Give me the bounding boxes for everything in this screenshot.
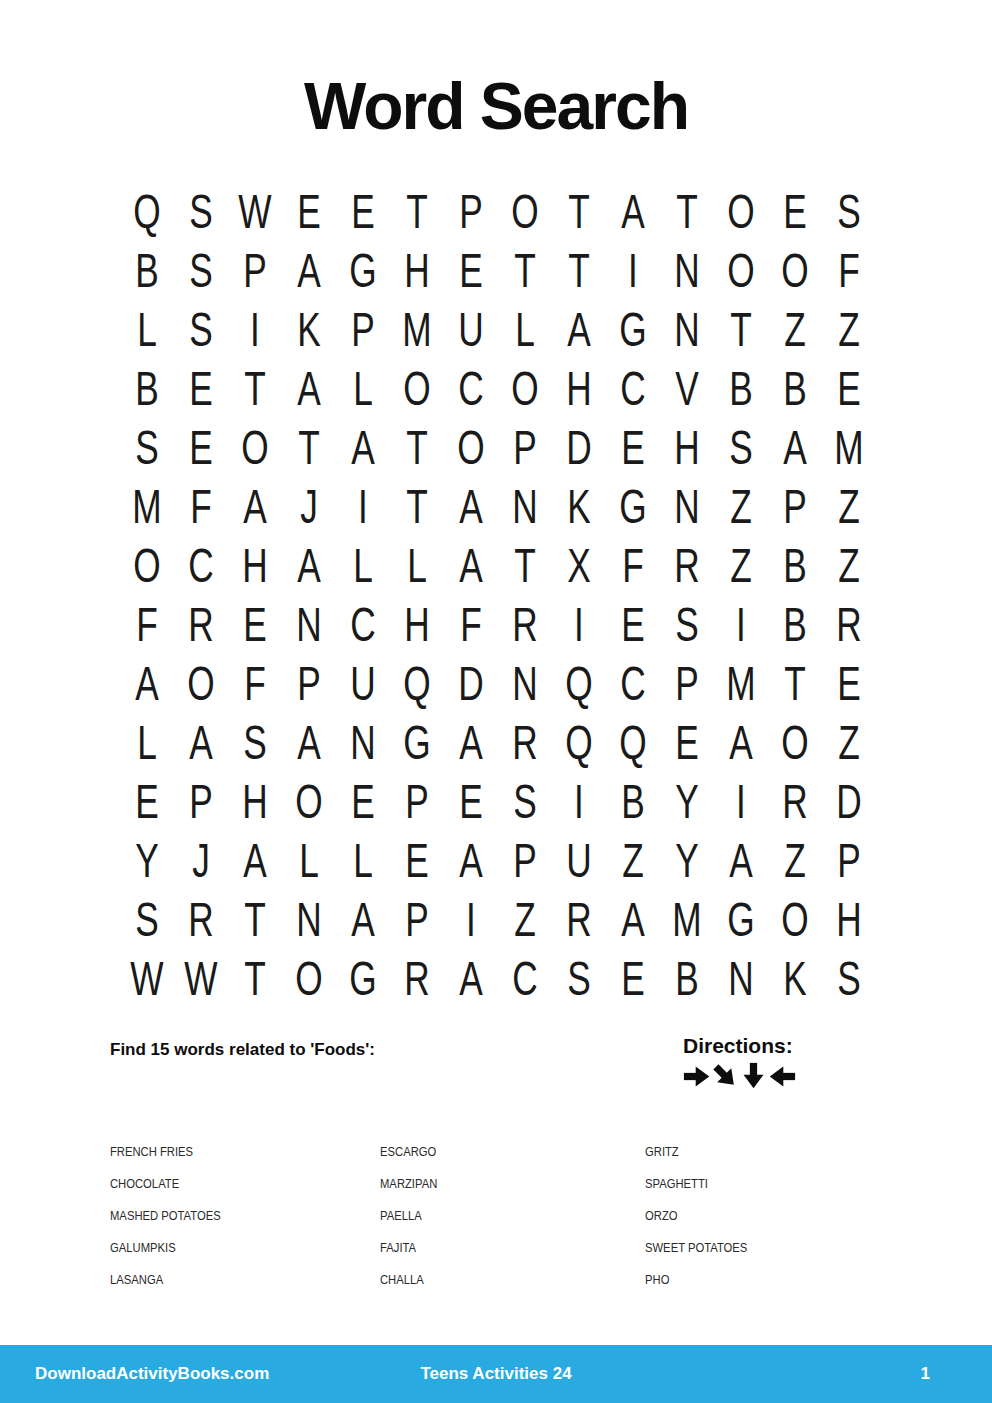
page-title: Word Search bbox=[0, 68, 992, 144]
grid-cell-letter: G bbox=[398, 713, 437, 772]
find-words-label: Find 15 words related to 'Foods': bbox=[110, 1040, 375, 1060]
word-list-item: SPAGHETTI bbox=[645, 1168, 747, 1200]
grid-cell-letter: Z bbox=[830, 300, 869, 359]
grid-cell-letter: N bbox=[668, 477, 707, 536]
word-list-item: ORZO bbox=[645, 1200, 747, 1232]
grid-cell-letter: N bbox=[668, 300, 707, 359]
grid-cell-letter: V bbox=[668, 359, 707, 418]
grid-cell-letter: X bbox=[560, 536, 599, 595]
grid-cell-letter: A bbox=[452, 536, 491, 595]
grid-cell-letter: H bbox=[830, 890, 869, 949]
grid-cell-letter: S bbox=[236, 713, 275, 772]
grid-cell-letter: T bbox=[506, 536, 545, 595]
directions-section: Directions: bbox=[683, 1034, 795, 1091]
grid-cell-letter: W bbox=[182, 949, 221, 1008]
grid-cell-letter: P bbox=[182, 772, 221, 831]
word-list-item: MASHED POTATOES bbox=[110, 1200, 353, 1232]
grid-cell-letter: E bbox=[830, 654, 869, 713]
grid-cell-letter: Y bbox=[668, 772, 707, 831]
grid-cell-letter: A bbox=[290, 241, 329, 300]
grid-cell-letter: K bbox=[776, 949, 815, 1008]
grid-cell-letter: N bbox=[506, 654, 545, 713]
grid-cell-letter: J bbox=[290, 477, 329, 536]
word-column-1: FRENCH FRIESCHOCOLATEMASHED POTATOESGALU… bbox=[110, 1136, 380, 1296]
grid-cell-letter: P bbox=[344, 300, 383, 359]
grid-cell-letter: R bbox=[668, 536, 707, 595]
grid-cell-letter: E bbox=[830, 359, 869, 418]
grid-cell-letter: Z bbox=[830, 713, 869, 772]
grid-cell-letter: A bbox=[290, 713, 329, 772]
grid-cell-letter: S bbox=[668, 595, 707, 654]
grid-cell-letter: F bbox=[236, 654, 275, 713]
grid-cell-letter: M bbox=[722, 654, 761, 713]
grid-cell-letter: P bbox=[776, 477, 815, 536]
worksheet-page: Word Search QSWEETPOTATOESBSPAGHETTINOOF… bbox=[0, 0, 992, 1403]
grid-cell-letter: T bbox=[506, 241, 545, 300]
footer-bar: DownloadActivityBooks.com Teens Activiti… bbox=[0, 1345, 992, 1403]
grid-cell-letter: I bbox=[614, 241, 653, 300]
grid-cell-letter: E bbox=[344, 772, 383, 831]
grid-cell-letter: A bbox=[560, 300, 599, 359]
grid-cell-letter: F bbox=[830, 241, 869, 300]
word-list-item: GRITZ bbox=[645, 1136, 747, 1168]
word-list-item: GALUMPKIS bbox=[110, 1232, 353, 1264]
grid-cell-letter: S bbox=[128, 890, 167, 949]
grid-cell-letter: B bbox=[776, 536, 815, 595]
grid-cell-letter: P bbox=[506, 418, 545, 477]
grid-cell-letter: R bbox=[398, 949, 437, 1008]
grid-cell-letter: G bbox=[344, 949, 383, 1008]
grid-cell-letter: N bbox=[722, 949, 761, 1008]
grid-cell-letter: O bbox=[722, 182, 761, 241]
grid-cell-letter: Z bbox=[614, 831, 653, 890]
grid-cell-letter: E bbox=[668, 713, 707, 772]
grid-cell-letter: E bbox=[182, 359, 221, 418]
grid-cell-letter: E bbox=[398, 831, 437, 890]
grid-cell-letter: T bbox=[668, 182, 707, 241]
grid-cell-letter: C bbox=[182, 536, 221, 595]
word-list-item: CHALLA bbox=[380, 1264, 619, 1296]
direction-arrows bbox=[683, 1062, 795, 1091]
grid-cell-letter: R bbox=[560, 890, 599, 949]
grid-cell-letter: G bbox=[344, 241, 383, 300]
grid-cell-letter: C bbox=[344, 595, 383, 654]
grid-cell-letter: O bbox=[776, 713, 815, 772]
word-list-item: SWEET POTATOES bbox=[645, 1232, 747, 1264]
grid-cell-letter: O bbox=[776, 890, 815, 949]
grid-cell-letter: T bbox=[776, 654, 815, 713]
grid-cell-letter: H bbox=[668, 418, 707, 477]
grid-cell-letter: O bbox=[290, 949, 329, 1008]
grid-cell-letter: O bbox=[128, 536, 167, 595]
grid-cell-letter: L bbox=[344, 536, 383, 595]
word-list-item: PHO bbox=[645, 1264, 747, 1296]
grid-cell-letter: T bbox=[290, 418, 329, 477]
word-column-3: GRITZSPAGHETTIORZOSWEET POTATOESPHO bbox=[645, 1136, 759, 1296]
grid-cell-letter: A bbox=[614, 182, 653, 241]
grid-cell-letter: Z bbox=[506, 890, 545, 949]
grid-cell-letter: P bbox=[398, 772, 437, 831]
word-list-item: FRENCH FRIES bbox=[110, 1136, 353, 1168]
grid-cell-letter: E bbox=[128, 772, 167, 831]
grid-cell-letter: M bbox=[668, 890, 707, 949]
grid-cell-letter: A bbox=[452, 831, 491, 890]
grid-cell-letter: L bbox=[344, 359, 383, 418]
grid-cell-letter: E bbox=[614, 418, 653, 477]
grid-cell-letter: D bbox=[452, 654, 491, 713]
grid-cell-letter: B bbox=[668, 949, 707, 1008]
grid-cell-letter: Y bbox=[668, 831, 707, 890]
grid-cell-letter: O bbox=[236, 418, 275, 477]
grid-cell-letter: N bbox=[344, 713, 383, 772]
grid-cell-letter: O bbox=[452, 418, 491, 477]
grid-cell-letter: E bbox=[452, 241, 491, 300]
grid-cell-letter: O bbox=[722, 241, 761, 300]
grid-cell-letter: Q bbox=[560, 654, 599, 713]
word-list: FRENCH FRIESCHOCOLATEMASHED POTATOESGALU… bbox=[110, 1136, 759, 1296]
grid-cell-letter: T bbox=[398, 477, 437, 536]
grid-cell-letter: K bbox=[290, 300, 329, 359]
grid-cell-letter: F bbox=[452, 595, 491, 654]
directions-label: Directions: bbox=[683, 1034, 795, 1058]
grid-cell-letter: E bbox=[290, 182, 329, 241]
grid-cell-letter: T bbox=[722, 300, 761, 359]
down-arrow-icon bbox=[739, 1062, 768, 1091]
grid-cell-letter: O bbox=[398, 359, 437, 418]
grid-cell-letter: O bbox=[506, 182, 545, 241]
grid-cell-letter: C bbox=[614, 359, 653, 418]
grid-cell-letter: E bbox=[182, 418, 221, 477]
grid-cell-letter: B bbox=[776, 595, 815, 654]
grid-cell-letter: D bbox=[560, 418, 599, 477]
grid-cell-letter: A bbox=[182, 713, 221, 772]
grid-cell-letter: A bbox=[776, 418, 815, 477]
grid-cell-letter: A bbox=[722, 713, 761, 772]
grid-cell-letter: A bbox=[290, 359, 329, 418]
grid-cell-letter: R bbox=[182, 595, 221, 654]
grid-cell-letter: W bbox=[128, 949, 167, 1008]
grid-cell-letter: O bbox=[506, 359, 545, 418]
grid-cell-letter: P bbox=[236, 241, 275, 300]
word-list-item: CHOCOLATE bbox=[110, 1168, 353, 1200]
grid-cell-letter: A bbox=[344, 890, 383, 949]
footer-booklet: Teens Activities 24 bbox=[420, 1364, 571, 1384]
grid-cell-letter: G bbox=[614, 300, 653, 359]
grid-cell-letter: I bbox=[560, 772, 599, 831]
grid-cell-letter: S bbox=[830, 182, 869, 241]
down-right-arrow-icon bbox=[711, 1062, 740, 1091]
grid-cell-letter: G bbox=[722, 890, 761, 949]
grid-cell-letter: E bbox=[614, 949, 653, 1008]
grid-cell-letter: R bbox=[776, 772, 815, 831]
grid-cell-letter: I bbox=[236, 300, 275, 359]
grid-cell-letter: N bbox=[290, 890, 329, 949]
grid-cell-letter: Q bbox=[128, 182, 167, 241]
grid-cell-letter: R bbox=[182, 890, 221, 949]
word-list-item: ESCARGO bbox=[380, 1136, 619, 1168]
grid-cell-letter: U bbox=[452, 300, 491, 359]
grid-cell-letter: C bbox=[614, 654, 653, 713]
grid-cell-letter: T bbox=[398, 418, 437, 477]
grid-cell-letter: T bbox=[236, 359, 275, 418]
grid-cell-letter: R bbox=[506, 713, 545, 772]
grid-cell-letter: S bbox=[182, 300, 221, 359]
grid-cell-letter: U bbox=[560, 831, 599, 890]
grid-cell-letter: O bbox=[290, 772, 329, 831]
grid-cell-letter: H bbox=[236, 536, 275, 595]
grid-cell-letter: Z bbox=[722, 536, 761, 595]
grid-cell-letter: A bbox=[128, 654, 167, 713]
footer-page-number: 1 bbox=[921, 1364, 930, 1384]
grid-cell-letter: F bbox=[128, 595, 167, 654]
grid-cell-letter: Q bbox=[560, 713, 599, 772]
grid-cell-letter: N bbox=[290, 595, 329, 654]
word-list-item: LASANGA bbox=[110, 1264, 353, 1296]
grid-cell-letter: E bbox=[344, 182, 383, 241]
grid-cell-letter: S bbox=[830, 949, 869, 1008]
grid-cell-letter: P bbox=[398, 890, 437, 949]
word-list-item: PAELLA bbox=[380, 1200, 619, 1232]
grid-cell-letter: A bbox=[236, 477, 275, 536]
grid-cell-letter: Z bbox=[722, 477, 761, 536]
word-list-item: MARZIPAN bbox=[380, 1168, 619, 1200]
grid-cell-letter: S bbox=[182, 241, 221, 300]
grid-cell-letter: I bbox=[344, 477, 383, 536]
grid-cell-letter: P bbox=[830, 831, 869, 890]
grid-cell-letter: K bbox=[560, 477, 599, 536]
grid-cell-letter: R bbox=[830, 595, 869, 654]
grid-cell-letter: A bbox=[722, 831, 761, 890]
grid-cell-letter: L bbox=[290, 831, 329, 890]
grid-cell-letter: Z bbox=[830, 477, 869, 536]
grid-cell-letter: P bbox=[668, 654, 707, 713]
footer-website: DownloadActivityBooks.com bbox=[35, 1364, 269, 1384]
grid-cell-letter: T bbox=[236, 949, 275, 1008]
grid-cell-letter: O bbox=[776, 241, 815, 300]
grid-cell-letter: C bbox=[506, 949, 545, 1008]
grid-cell-letter: P bbox=[506, 831, 545, 890]
grid-cell-letter: H bbox=[560, 359, 599, 418]
grid-cell-letter: I bbox=[722, 772, 761, 831]
grid-cell-letter: I bbox=[560, 595, 599, 654]
grid-cell-letter: E bbox=[776, 182, 815, 241]
grid-cell-letter: S bbox=[722, 418, 761, 477]
word-column-2: ESCARGOMARZIPANPAELLAFAJITACHALLA bbox=[380, 1136, 645, 1296]
grid-cell-letter: I bbox=[722, 595, 761, 654]
grid-cell-letter: P bbox=[290, 654, 329, 713]
grid-cell-letter: H bbox=[236, 772, 275, 831]
grid-cell-letter: F bbox=[614, 536, 653, 595]
grid-cell-letter: B bbox=[776, 359, 815, 418]
grid-cell-letter: W bbox=[236, 182, 275, 241]
grid-cell-letter: T bbox=[236, 890, 275, 949]
grid-cell-letter: H bbox=[398, 241, 437, 300]
grid-cell-letter: O bbox=[182, 654, 221, 713]
grid-cell-letter: Z bbox=[830, 536, 869, 595]
grid-cell-letter: A bbox=[344, 418, 383, 477]
grid-cell-letter: U bbox=[344, 654, 383, 713]
grid-cell-letter: L bbox=[128, 300, 167, 359]
grid-cell-letter: L bbox=[344, 831, 383, 890]
grid-cell-letter: D bbox=[830, 772, 869, 831]
grid-cell-letter: P bbox=[452, 182, 491, 241]
grid-cell-letter: B bbox=[722, 359, 761, 418]
grid-cell-letter: T bbox=[398, 182, 437, 241]
grid-cell-letter: L bbox=[128, 713, 167, 772]
grid-cell-letter: B bbox=[128, 359, 167, 418]
left-arrow-icon bbox=[767, 1062, 796, 1091]
grid-cell-letter: L bbox=[398, 536, 437, 595]
grid-cell-letter: B bbox=[128, 241, 167, 300]
grid-cell-letter: S bbox=[128, 418, 167, 477]
grid-cell-letter: S bbox=[506, 772, 545, 831]
grid-cell-letter: S bbox=[560, 949, 599, 1008]
grid-cell-letter: T bbox=[560, 241, 599, 300]
grid-cell-letter: N bbox=[506, 477, 545, 536]
grid-cell-letter: T bbox=[560, 182, 599, 241]
grid-cell-letter: M bbox=[830, 418, 869, 477]
grid-cell-letter: A bbox=[236, 831, 275, 890]
grid-cell-letter: I bbox=[452, 890, 491, 949]
word-list-item: FAJITA bbox=[380, 1232, 619, 1264]
grid-cell-letter: A bbox=[290, 536, 329, 595]
grid-cell-letter: J bbox=[182, 831, 221, 890]
grid-cell-letter: A bbox=[614, 890, 653, 949]
grid-cell-letter: A bbox=[452, 949, 491, 1008]
grid-cell-letter: R bbox=[506, 595, 545, 654]
grid-cell-letter: E bbox=[236, 595, 275, 654]
grid-cell-letter: A bbox=[452, 713, 491, 772]
grid-cell-letter: Q bbox=[398, 654, 437, 713]
grid-cell-letter: E bbox=[452, 772, 491, 831]
grid-cell-letter: Z bbox=[776, 831, 815, 890]
grid-cell-letter: H bbox=[398, 595, 437, 654]
grid-cell-letter: M bbox=[128, 477, 167, 536]
grid-cell-letter: N bbox=[668, 241, 707, 300]
grid-cell-letter: Z bbox=[776, 300, 815, 359]
grid-cell-letter: Y bbox=[128, 831, 167, 890]
grid-cell-letter: S bbox=[182, 182, 221, 241]
grid-cell-letter: A bbox=[452, 477, 491, 536]
grid-cell-letter: L bbox=[506, 300, 545, 359]
word-search-grid: QSWEETPOTATOESBSPAGHETTINOOFLSIKPMULAGNT… bbox=[120, 182, 876, 1008]
grid-cell-letter: B bbox=[614, 772, 653, 831]
grid-cell-letter: F bbox=[182, 477, 221, 536]
grid-cell-letter: Q bbox=[614, 713, 653, 772]
grid-cell-letter: E bbox=[614, 595, 653, 654]
grid-cell-letter: C bbox=[452, 359, 491, 418]
grid-cell-letter: M bbox=[398, 300, 437, 359]
grid-cell-letter: G bbox=[614, 477, 653, 536]
right-arrow-icon bbox=[683, 1062, 712, 1091]
